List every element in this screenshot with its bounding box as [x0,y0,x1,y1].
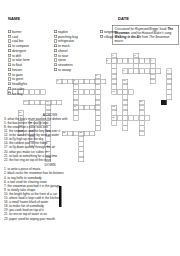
down-list: 1. to write a piece of music2. black roc… [4,167,96,220]
word-checkbox[interactable] [54,40,57,43]
grid-cell[interactable] [123,126,129,131]
cell-number: 17 [74,105,77,108]
word-bank-item: ice tray [8,91,29,96]
word-checkbox[interactable] [100,30,103,33]
grid-cell[interactable] [128,89,134,94]
word-checkbox[interactable] [54,59,57,62]
word-checkbox[interactable] [54,35,57,38]
word-checkbox[interactable] [8,35,11,38]
word-checkbox[interactable] [8,92,11,95]
cell-number: 16 [140,100,143,103]
word-label: to gaze [12,72,23,76]
word-label: refrigerator [58,39,74,43]
word-bank-col-3: tangerinevillage [100,29,118,39]
instructions-text: Crossword for Raymond Briggs' book The S… [115,27,174,42]
word-label: to compose [12,44,29,48]
word-label: coal [12,34,18,38]
grid-cell[interactable] [40,89,46,94]
grid-cell[interactable] [139,131,145,136]
word-checkbox[interactable] [8,49,11,52]
word-checkbox[interactable] [8,59,11,62]
worksheet-page: NAME DATE Crossword for Raymond Briggs' … [0,0,180,256]
word-label: to float [12,63,22,67]
across-list: 3. what the boy's mum washes the dishes … [4,117,96,162]
word-checkbox[interactable] [8,40,11,43]
across-title: ACROSS [4,113,96,117]
cell-number: 4 [151,58,152,61]
clue-across-22: 22. the hot ring on top of the stove [4,158,96,162]
instructions-box: Crossword for Raymond Briggs' book The S… [112,25,179,44]
grid-cell[interactable] [101,79,107,84]
word-bank-item: punching bag [54,34,78,39]
word-checkbox[interactable] [54,54,57,57]
word-label: napkin [58,30,68,34]
word-label: to soar [58,53,68,57]
grid-cell[interactable] [150,79,156,84]
grid-cell[interactable] [57,100,63,105]
word-label: detergent [12,49,26,53]
word-bank-item: village [100,34,118,39]
word-bank-item: to take form [8,58,29,63]
word-checkbox[interactable] [54,63,57,66]
word-checkbox[interactable] [54,68,57,71]
word-checkbox[interactable] [8,82,11,85]
word-label: to drift [12,53,21,57]
word-label: punching bag [58,34,78,38]
grid-cell[interactable] [156,69,162,74]
word-label: ice cube [12,87,24,91]
word-checkbox[interactable] [54,30,57,33]
word-checkbox[interactable] [100,35,103,38]
word-checkbox[interactable] [8,68,11,71]
cell-number: 12 [74,90,77,93]
word-label: to mock [58,44,70,48]
word-label: headlights [12,82,27,86]
cell-number: 2 [134,53,135,56]
word-label: shovel [58,49,68,53]
word-checkbox[interactable] [54,44,57,47]
word-label: to greet [12,77,23,81]
word-checkbox[interactable] [8,63,11,66]
cell-number: 5 [123,69,124,72]
cell-number: 20 [112,116,115,119]
grid-cell[interactable] [167,95,173,100]
cell-number: 9 [74,79,75,82]
cell-number: 15 [46,100,49,103]
grid-cell[interactable] [145,115,151,120]
cell-number: 6 [167,69,168,72]
word-label: tangerine [104,30,118,34]
cell-number: 18 [112,105,115,108]
name-label: NAME [8,16,20,21]
word-bank-col-1: burnercoalcoal binto composedetergentto … [8,29,29,96]
word-checkbox[interactable] [8,30,11,33]
clue-down-23: 23. paper used for wiping your mouth [4,216,96,220]
word-label: stove [58,58,66,62]
word-label: streamers [58,63,73,67]
word-label: to take form [12,58,29,62]
grid-cell[interactable] [112,121,118,126]
word-checkbox[interactable] [8,78,11,81]
word-checkbox[interactable] [8,73,11,76]
word-label: village [104,34,113,38]
word-label: coal bin [12,39,23,43]
word-bank-item: to swoop [54,67,78,72]
black-bar [59,186,62,207]
black-cell [161,100,167,105]
word-bank-item: to compose [8,43,29,48]
word-label: burner [12,30,22,34]
cell-number: 3 [107,58,108,61]
cell-number: 13 [112,90,115,93]
word-checkbox[interactable] [8,54,11,57]
down-title: DOWN [4,163,96,167]
word-label: to swoop [58,68,71,72]
cell-number: 8 [57,79,58,82]
cell-number: 10 [123,79,126,82]
word-label: freezer [12,68,22,72]
clues-panel: ACROSS 3. what the boy's mum washes the … [4,111,96,220]
word-checkbox[interactable] [8,44,11,47]
word-checkbox[interactable] [8,87,11,90]
cell-number: 7 [96,74,97,77]
word-label: ice tray [12,91,23,95]
word-checkbox[interactable] [54,49,57,52]
date-label: DATE [118,16,129,21]
word-bank-col-2: napkinpunching bagrefrigeratorto mocksho… [54,29,78,72]
cell-number: 14 [24,100,27,103]
word-bank-item: headlights [8,81,29,86]
cell-number: 1 [112,53,113,56]
